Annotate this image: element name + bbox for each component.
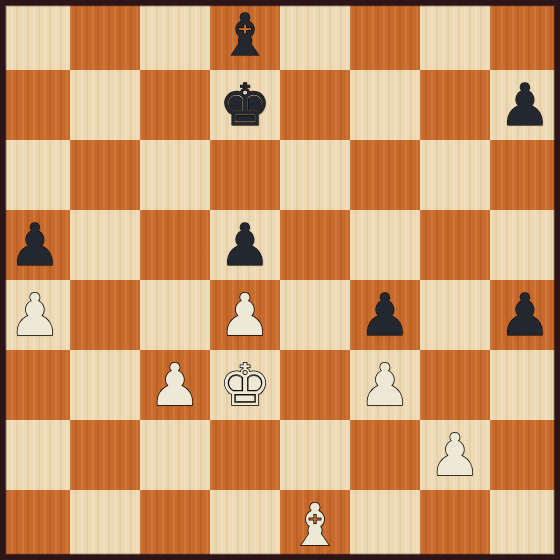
square-e6[interactable] — [280, 140, 350, 210]
square-g5[interactable] — [420, 210, 490, 280]
chess-board: ♝♚♟♟♟♟♟♟♟♟♚♟♟♝ — [0, 0, 560, 560]
square-h2[interactable] — [490, 420, 560, 490]
square-d5[interactable]: ♟ — [210, 210, 280, 280]
square-g8[interactable] — [420, 0, 490, 70]
piece-black-pawn[interactable]: ♟ — [359, 286, 411, 344]
square-c7[interactable] — [140, 70, 210, 140]
square-a1[interactable] — [0, 490, 70, 560]
square-c1[interactable] — [140, 490, 210, 560]
piece-white-pawn[interactable]: ♟ — [149, 356, 201, 414]
square-g4[interactable] — [420, 280, 490, 350]
square-b6[interactable] — [70, 140, 140, 210]
piece-white-king[interactable]: ♚ — [219, 356, 271, 414]
square-d3[interactable]: ♚ — [210, 350, 280, 420]
square-e2[interactable] — [280, 420, 350, 490]
square-a7[interactable] — [0, 70, 70, 140]
piece-black-pawn[interactable]: ♟ — [9, 216, 61, 274]
square-e8[interactable] — [280, 0, 350, 70]
square-b8[interactable] — [70, 0, 140, 70]
square-d7[interactable]: ♚ — [210, 70, 280, 140]
square-g2[interactable]: ♟ — [420, 420, 490, 490]
square-f7[interactable] — [350, 70, 420, 140]
square-c2[interactable] — [140, 420, 210, 490]
square-e1[interactable]: ♝ — [280, 490, 350, 560]
square-d6[interactable] — [210, 140, 280, 210]
piece-black-king[interactable]: ♚ — [219, 76, 271, 134]
square-d2[interactable] — [210, 420, 280, 490]
piece-black-pawn[interactable]: ♟ — [219, 216, 271, 274]
square-c6[interactable] — [140, 140, 210, 210]
square-c8[interactable] — [140, 0, 210, 70]
square-c3[interactable]: ♟ — [140, 350, 210, 420]
square-g7[interactable] — [420, 70, 490, 140]
square-f8[interactable] — [350, 0, 420, 70]
square-b4[interactable] — [70, 280, 140, 350]
square-b5[interactable] — [70, 210, 140, 280]
square-b1[interactable] — [70, 490, 140, 560]
square-a5[interactable]: ♟ — [0, 210, 70, 280]
square-a6[interactable] — [0, 140, 70, 210]
square-h3[interactable] — [490, 350, 560, 420]
square-e4[interactable] — [280, 280, 350, 350]
square-e7[interactable] — [280, 70, 350, 140]
square-f3[interactable]: ♟ — [350, 350, 420, 420]
square-f5[interactable] — [350, 210, 420, 280]
piece-white-pawn[interactable]: ♟ — [429, 426, 481, 484]
piece-black-pawn[interactable]: ♟ — [499, 76, 551, 134]
square-c4[interactable] — [140, 280, 210, 350]
square-g1[interactable] — [420, 490, 490, 560]
square-a8[interactable] — [0, 0, 70, 70]
square-h4[interactable]: ♟ — [490, 280, 560, 350]
square-g6[interactable] — [420, 140, 490, 210]
square-h1[interactable] — [490, 490, 560, 560]
square-f2[interactable] — [350, 420, 420, 490]
square-f1[interactable] — [350, 490, 420, 560]
square-b2[interactable] — [70, 420, 140, 490]
square-b3[interactable] — [70, 350, 140, 420]
square-c5[interactable] — [140, 210, 210, 280]
square-d1[interactable] — [210, 490, 280, 560]
square-f4[interactable]: ♟ — [350, 280, 420, 350]
piece-black-bishop[interactable]: ♝ — [219, 6, 271, 64]
piece-black-pawn[interactable]: ♟ — [499, 286, 551, 344]
square-g3[interactable] — [420, 350, 490, 420]
board-grid: ♝♚♟♟♟♟♟♟♟♟♚♟♟♝ — [0, 0, 560, 560]
square-b7[interactable] — [70, 70, 140, 140]
piece-white-bishop[interactable]: ♝ — [289, 496, 341, 554]
square-h8[interactable] — [490, 0, 560, 70]
square-e3[interactable] — [280, 350, 350, 420]
piece-white-pawn[interactable]: ♟ — [359, 356, 411, 414]
piece-white-pawn[interactable]: ♟ — [9, 286, 61, 344]
piece-white-pawn[interactable]: ♟ — [219, 286, 271, 344]
square-h5[interactable] — [490, 210, 560, 280]
square-a3[interactable] — [0, 350, 70, 420]
square-d4[interactable]: ♟ — [210, 280, 280, 350]
square-a4[interactable]: ♟ — [0, 280, 70, 350]
square-f6[interactable] — [350, 140, 420, 210]
square-e5[interactable] — [280, 210, 350, 280]
square-h6[interactable] — [490, 140, 560, 210]
square-h7[interactable]: ♟ — [490, 70, 560, 140]
square-d8[interactable]: ♝ — [210, 0, 280, 70]
square-a2[interactable] — [0, 420, 70, 490]
